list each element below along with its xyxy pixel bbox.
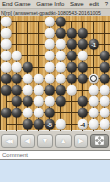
board-cell[interactable]	[11, 16, 22, 27]
board-cell[interactable]	[22, 16, 33, 27]
stone-black	[44, 108, 55, 119]
board-cell[interactable]	[66, 16, 77, 27]
stone-black	[11, 85, 22, 96]
board-cell[interactable]	[55, 39, 66, 50]
board-cell[interactable]	[99, 16, 110, 27]
board-cell[interactable]	[44, 73, 55, 84]
stone-white	[44, 96, 55, 107]
board-cell[interactable]	[0, 27, 11, 38]
board-cell[interactable]	[99, 107, 110, 118]
board-cell[interactable]	[99, 50, 110, 61]
stone-white	[44, 62, 55, 73]
left-arrow-icon: ◀	[25, 137, 30, 144]
status-line: N[rp] (answerset-gpadtkt-1080543-2016100…	[0, 9, 110, 16]
board-cell[interactable]	[66, 27, 77, 38]
stone-black	[44, 85, 55, 96]
board-cell[interactable]	[22, 107, 33, 118]
board-cell[interactable]	[44, 50, 55, 61]
comment-input[interactable]: Comment	[0, 150, 110, 160]
board-cell[interactable]	[77, 96, 88, 107]
stone-white	[1, 62, 12, 73]
board-cell[interactable]	[66, 39, 77, 50]
board-cell[interactable]	[55, 119, 66, 130]
stone-black	[77, 73, 88, 84]
board-cell[interactable]	[11, 62, 22, 73]
board-cell[interactable]	[99, 84, 110, 95]
board-cell[interactable]	[66, 119, 77, 130]
stone-white	[44, 73, 55, 84]
stone-black	[99, 51, 110, 62]
board-cell[interactable]	[77, 50, 88, 61]
board-cell[interactable]	[55, 27, 66, 38]
stone-white	[11, 51, 22, 62]
board-cell[interactable]	[44, 27, 55, 38]
board-cell[interactable]	[33, 62, 44, 73]
board-cell[interactable]	[66, 50, 77, 61]
board-cell[interactable]	[22, 62, 33, 73]
stone-black	[55, 28, 66, 39]
menu-game-info[interactable]: Game Info	[36, 0, 64, 8]
stone-white	[55, 73, 66, 84]
board-cell[interactable]	[44, 107, 55, 118]
board-cell[interactable]	[33, 50, 44, 61]
next-move-button[interactable]: ▶	[74, 134, 89, 148]
board-cell[interactable]	[11, 39, 22, 50]
board-cell[interactable]	[66, 84, 77, 95]
board-cell[interactable]	[11, 96, 22, 107]
stone-black	[22, 62, 33, 73]
board-cell[interactable]: -1	[88, 39, 99, 50]
board-cell[interactable]	[99, 27, 110, 38]
board-cell[interactable]: -5	[44, 119, 55, 130]
stone-black	[22, 119, 33, 130]
menu-help[interactable]: ?	[105, 0, 108, 8]
board-cell[interactable]	[44, 39, 55, 50]
stone-black	[66, 62, 77, 73]
stone-black	[77, 108, 88, 119]
variation-up-button[interactable]: ▲	[55, 134, 71, 148]
stone-white	[55, 119, 66, 130]
comment-text-area[interactable]	[0, 160, 110, 182]
board-cell[interactable]	[33, 107, 44, 118]
board-cell[interactable]	[55, 50, 66, 61]
stone-white	[88, 96, 99, 107]
previous-move-button[interactable]: ◀	[20, 134, 35, 148]
board-cell[interactable]	[11, 84, 22, 95]
board-cell[interactable]	[11, 50, 22, 61]
board-cell[interactable]	[0, 107, 11, 118]
board-cell[interactable]	[55, 107, 66, 118]
board-cell[interactable]	[99, 39, 110, 50]
variation-down-button[interactable]: ▼	[37, 134, 53, 148]
board-cell[interactable]	[99, 62, 110, 73]
stone-white	[55, 51, 66, 62]
board-cell[interactable]	[88, 27, 99, 38]
move-number-label: -4	[77, 119, 88, 130]
stone-white	[88, 108, 99, 119]
board-cell[interactable]	[0, 73, 11, 84]
board-cell[interactable]	[11, 107, 22, 118]
board-cell[interactable]	[22, 96, 33, 107]
board-cell[interactable]	[99, 119, 110, 130]
move-number-label: -1	[88, 39, 99, 50]
stone-white	[1, 39, 12, 50]
stone-white	[33, 85, 44, 96]
stone-white	[55, 62, 66, 73]
board-cell[interactable]	[88, 73, 99, 84]
stone-black	[66, 28, 77, 39]
stone-white	[44, 39, 55, 50]
stone-black	[1, 85, 12, 96]
board-cell[interactable]	[0, 16, 11, 27]
board-cell[interactable]	[44, 84, 55, 95]
stone-white	[99, 119, 110, 130]
stone-white	[55, 39, 66, 50]
stone-white	[44, 28, 55, 39]
stone-black	[66, 73, 77, 84]
four-arrows-icon	[95, 136, 104, 145]
stone-white	[99, 85, 110, 96]
board-cell[interactable]	[55, 62, 66, 73]
board-cell[interactable]	[44, 96, 55, 107]
board-cell[interactable]	[0, 84, 11, 95]
board-cell[interactable]	[0, 39, 11, 50]
board-cell[interactable]: -4	[77, 119, 88, 130]
board-cell[interactable]	[22, 73, 33, 84]
board-cell[interactable]	[88, 96, 99, 107]
board-cell[interactable]	[22, 27, 33, 38]
stone-black	[55, 85, 66, 96]
board-cell[interactable]	[44, 62, 55, 73]
board-cell[interactable]	[88, 62, 99, 73]
board-cell[interactable]	[66, 62, 77, 73]
board-cell[interactable]	[22, 39, 33, 50]
stone-black	[55, 16, 66, 27]
board-cell[interactable]	[11, 27, 22, 38]
board-cell[interactable]	[55, 16, 66, 27]
stone-black	[99, 62, 110, 73]
board-cell[interactable]	[0, 50, 11, 61]
circle-marker	[90, 75, 97, 82]
stone-white	[11, 62, 22, 73]
move-number-label: -5	[44, 119, 55, 130]
menu-end-game[interactable]: End Game	[2, 0, 31, 8]
stone-black	[11, 73, 22, 84]
stone-black	[1, 108, 12, 119]
stone-black	[77, 39, 88, 50]
stone-black	[77, 62, 88, 73]
board-cell[interactable]	[33, 84, 44, 95]
double-left-arrow-icon: ◀◀	[6, 138, 11, 144]
board-cell[interactable]	[55, 84, 66, 95]
stone-white	[88, 85, 99, 96]
stone-black	[66, 51, 77, 62]
stone-white	[44, 51, 55, 62]
stone-black	[66, 39, 77, 50]
board-cell[interactable]	[22, 119, 33, 130]
stone-white	[99, 108, 110, 119]
board-cell[interactable]	[22, 50, 33, 61]
board-cell[interactable]	[55, 73, 66, 84]
board-cell[interactable]	[33, 119, 44, 130]
board-cell[interactable]	[66, 73, 77, 84]
board-cell[interactable]	[33, 16, 44, 27]
stone-white	[44, 16, 55, 27]
stone-white	[1, 16, 12, 27]
stone-white	[77, 51, 88, 62]
board-cell[interactable]	[88, 50, 99, 61]
down-arrow-icon: ▼	[41, 137, 48, 144]
board-cell[interactable]	[88, 107, 99, 118]
board-cell[interactable]	[33, 73, 44, 84]
up-arrow-icon: ▲	[60, 137, 67, 144]
stone-black	[22, 96, 33, 107]
stone-white	[66, 85, 77, 96]
board-cell[interactable]	[77, 39, 88, 50]
board-cell[interactable]	[33, 96, 44, 107]
board-cell[interactable]	[55, 96, 66, 107]
stone-black: -1	[88, 39, 99, 50]
stone-white	[22, 108, 33, 119]
board-cell[interactable]	[66, 107, 77, 118]
board-cell[interactable]	[99, 96, 110, 107]
stone-white: -4	[77, 119, 88, 130]
board-cell[interactable]	[77, 73, 88, 84]
stone-black	[11, 96, 22, 107]
stone-black	[77, 96, 88, 107]
stone-black	[11, 108, 22, 119]
navigation-toolbar: ◀◀ ◀ ▼ ▲ ▶	[0, 130, 110, 150]
stone-white	[22, 85, 33, 96]
board-cell[interactable]	[77, 27, 88, 38]
right-arrow-icon: ▶	[78, 137, 83, 144]
sgf-status-text: N[rp] (answerset-gpadtkt-1080543-2016100…	[1, 10, 101, 16]
board-cell[interactable]	[11, 73, 22, 84]
stone-white	[99, 96, 110, 107]
stone-white	[88, 119, 99, 130]
board-cell[interactable]	[0, 62, 11, 73]
stone-black	[1, 73, 12, 84]
board-cell[interactable]	[77, 62, 88, 73]
board-cell[interactable]	[33, 27, 44, 38]
stone-white	[1, 28, 12, 39]
stone-white	[88, 73, 99, 84]
board-cell[interactable]	[77, 107, 88, 118]
stone-white	[22, 73, 33, 84]
menu-edit[interactable]: edit	[89, 0, 99, 8]
stone-white	[1, 51, 12, 62]
comment-label: Comment	[2, 152, 28, 158]
stone-black	[77, 28, 88, 39]
board-cell[interactable]	[66, 96, 77, 107]
board-cell[interactable]	[44, 16, 55, 27]
stone-white	[33, 108, 44, 119]
first-move-button[interactable]: ◀◀	[1, 134, 18, 148]
board-cell[interactable]	[77, 84, 88, 95]
board-cell[interactable]	[22, 84, 33, 95]
board-cell[interactable]	[0, 96, 11, 107]
stone-black	[55, 96, 66, 107]
board-cell[interactable]	[11, 119, 22, 130]
menu-save[interactable]: Save	[70, 0, 84, 8]
board-cell[interactable]	[99, 73, 110, 84]
stone-black	[33, 119, 44, 130]
board-cell[interactable]	[77, 16, 88, 27]
stone-white	[33, 96, 44, 107]
stone-black	[99, 73, 110, 84]
board-cell[interactable]	[88, 119, 99, 130]
stone-white	[33, 73, 44, 84]
go-board[interactable]: -1-5-4	[0, 16, 110, 130]
pan-zoom-button[interactable]	[90, 134, 109, 148]
board-cell[interactable]	[88, 84, 99, 95]
board-cell[interactable]	[88, 16, 99, 27]
board-cell[interactable]	[0, 119, 11, 130]
menu-bar: End Game Game Info Save edit ?	[0, 0, 110, 9]
board-cell[interactable]	[33, 39, 44, 50]
stone-black: -5	[44, 119, 55, 130]
